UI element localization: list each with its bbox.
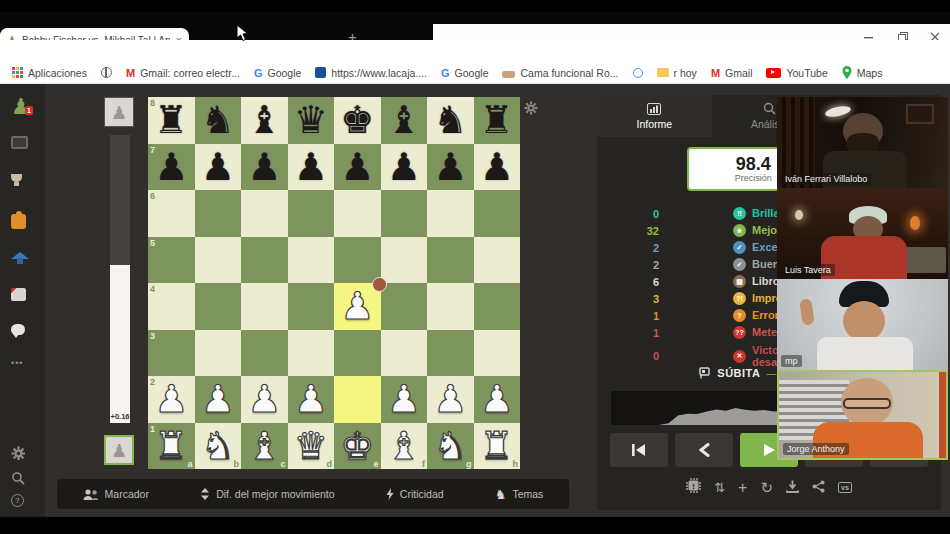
square-e5[interactable] [334,237,381,284]
rank-label: 3 [150,331,155,341]
rank-label: 2 [150,377,155,387]
piece-black-pawn[interactable]: ♟ [154,148,188,186]
square-c7[interactable]: ♟ [241,144,288,191]
square-d6[interactable] [288,190,335,237]
participant-glasses [843,398,891,409]
square-c5[interactable] [241,237,288,284]
tournaments-trophy-icon[interactable] [11,174,22,182]
square-h1[interactable]: h♜ [474,423,521,470]
thumbs-up [799,298,815,325]
piece-white-knight[interactable]: ♞ [201,427,235,465]
book-move-badge [372,277,387,292]
board-settings-gear-icon[interactable] [524,101,538,119]
toolbar-criticidad[interactable]: Criticidad [386,488,444,500]
mouse-cursor [236,24,249,42]
vs-computer-icon[interactable]: vs [838,482,852,493]
default-pawn-avatar-icon: ♟ [111,102,127,123]
share-icon[interactable] [812,479,825,497]
square-a5[interactable]: 5 [148,237,195,284]
video-tile-jorge[interactable]: Jorge Anthony [777,370,948,460]
evaluation-bar: +0.16 [110,135,130,423]
nav-first-button[interactable] [610,433,668,467]
bookmark-gmail[interactable]: MGmail [711,67,753,79]
square-d8[interactable]: ♛ [288,97,335,144]
lacaja-icon [315,67,326,78]
sudden-death-flag-icon [699,367,711,379]
gmail-icon: M [711,67,720,79]
piece-white-bishop[interactable]: ♝ [247,427,281,465]
brilliant-icon: !! [733,207,746,220]
rank-label: 5 [150,238,155,248]
square-b3[interactable] [195,330,242,377]
phase-name: SÚBITA [717,367,760,379]
square-e7[interactable]: ♟ [334,144,381,191]
piece-black-pawn[interactable]: ♟ [247,148,281,186]
participant-silhouette [843,301,885,341]
square-a2[interactable]: 2♟ [148,376,195,423]
square-f5[interactable] [381,237,428,284]
piece-white-pawn[interactable]: ♟ [480,380,514,418]
piece-white-pawn[interactable]: ♟ [387,380,421,418]
square-e6[interactable] [334,190,381,237]
bookmark-folder-rhoy[interactable]: r hoy [657,67,697,79]
apps-grid-icon [12,67,23,78]
settings-gear-icon[interactable] [11,446,26,461]
square-g8[interactable]: ♞ [427,97,474,144]
participant-silhouette [817,337,913,370]
square-h2[interactable]: ♟ [474,376,521,423]
bed-icon [502,71,515,78]
piece-black-rook[interactable]: ♜ [154,101,188,139]
piece-white-pawn[interactable]: ♟ [154,380,188,418]
puzzles-icon[interactable] [11,214,26,229]
picture-frame [906,104,934,124]
file-label: d [327,459,333,469]
square-c6[interactable] [241,190,288,237]
square-c3[interactable] [241,330,288,377]
bookmark-cama[interactable]: Cama funcional Ro... [502,67,618,79]
square-g7[interactable]: ♟ [427,144,474,191]
players-icon [83,489,99,500]
video-tile-mp[interactable]: mp [777,279,948,370]
square-d4[interactable] [288,283,335,330]
file-label: a [187,459,192,469]
bookmark-globe[interactable] [101,67,112,78]
square-f1[interactable]: f♝ [381,423,428,470]
toolbar-diff-mejor-movimiento[interactable]: Dif. del mejor movimiento [200,488,334,500]
wall-strip [939,372,946,460]
toolbar-marcador[interactable]: Marcador [83,488,149,500]
piece-black-pawn[interactable]: ♟ [480,148,514,186]
best-move-icon: ★ [733,224,746,237]
bookmark-gmail-long[interactable]: MGmail: correo electr... [126,67,240,79]
square-e4[interactable]: ♟ [334,283,381,330]
square-f7[interactable]: ♟ [381,144,428,191]
piece-black-pawn[interactable]: ♟ [387,148,421,186]
piece-white-pawn[interactable]: ♟ [294,380,328,418]
square-d5[interactable] [288,237,335,284]
browser-tab-strip: ♞ Best Traps to win fast • lichess.or × … [0,12,950,40]
bookmark-maps[interactable]: Maps [842,66,883,79]
rank-label: 8 [150,98,155,108]
add-icon[interactable]: + [738,480,747,496]
bookmark-youtube[interactable]: YouTube [766,67,827,79]
chesscom-page: ♟1 ••• ? ♟ ♟ +0.16 8♜♞♝♛♚♝♞♜7♟♟♟♟♟♟♟♟654… [0,84,950,517]
bookmarks-bar: Aplicaciones MGmail: correo electr... GG… [0,62,950,84]
piece-black-pawn[interactable]: ♟ [340,148,374,186]
bookmark-history[interactable] [633,68,643,78]
lightning-icon [386,488,394,500]
square-e1[interactable]: e♚ [334,423,381,470]
rank-label: 6 [150,191,155,201]
sort-arrows-icon [200,488,210,500]
maps-pin-icon [842,66,852,79]
rank-label: 7 [150,145,155,155]
file-label: b [234,459,240,469]
nav-previous-button[interactable] [675,433,733,467]
square-e2[interactable] [334,376,381,423]
svg-text:!: ! [692,482,695,491]
square-f3[interactable] [381,330,428,377]
book-move-icon: ▤ [733,275,746,288]
file-label: c [280,459,285,469]
inaccuracy-icon: ?! [733,292,746,305]
square-h7[interactable]: ♟ [474,144,521,191]
square-a7[interactable]: 7♟ [148,144,195,191]
square-f8[interactable]: ♝ [381,97,428,144]
chesscom-sidebar: ♟1 ••• ? [0,84,45,517]
square-c2[interactable]: ♟ [241,376,288,423]
square-a8[interactable]: 8♜ [148,97,195,144]
engine-icon[interactable]: ! [686,478,701,497]
participant-name: Luis Tavera [781,264,835,276]
square-h4[interactable] [474,283,521,330]
apps-shortcut[interactable]: Aplicaciones [12,67,87,79]
square-b8[interactable]: ♞ [195,97,242,144]
piece-black-queen[interactable]: ♛ [294,101,328,139]
blunder-icon: ?? [733,326,746,339]
black-player-avatar[interactable]: ♟ [104,97,134,127]
piece-black-pawn[interactable]: ♟ [433,148,467,186]
piece-black-bishop[interactable]: ♝ [247,101,281,139]
lamp [824,104,851,118]
video-tile-ivan[interactable]: Iván Ferrari Villalobo [777,97,948,188]
news-icon[interactable] [11,288,26,301]
toolbar-temas[interactable]: ♞Temas [495,487,544,502]
bookmark-google-1[interactable]: GGoogle [254,67,301,79]
analysis-actions: ! ⇅ + ↻ vs [597,478,941,497]
square-h8[interactable]: ♜ [474,97,521,144]
more-menu-icon[interactable]: ••• [11,358,23,368]
square-g6[interactable] [427,190,474,237]
square-c1[interactable]: c♝ [241,423,288,470]
default-pawn-avatar-icon: ♟ [111,440,127,461]
precision-value: 98.4 [736,155,771,173]
good-icon: ✓ [733,258,746,271]
piece-white-knight[interactable]: ♞ [433,427,467,465]
lamp-glow [910,216,920,230]
square-h6[interactable] [474,190,521,237]
piece-black-knight[interactable]: ♞ [201,101,235,139]
learn-gradcap-icon[interactable] [11,252,29,259]
square-c4[interactable] [241,283,288,330]
bookmark-google-2[interactable]: GGoogle [441,67,488,79]
square-d1[interactable]: d♛ [288,423,335,470]
square-b1[interactable]: b♞ [195,423,242,470]
square-e3[interactable] [334,330,381,377]
chesscom-logo-pawn[interactable]: ♟1 [11,94,31,119]
piece-white-queen[interactable]: ♛ [294,427,328,465]
square-c8[interactable]: ♝ [241,97,288,144]
reset-icon[interactable]: ↻ [760,480,773,495]
piece-white-pawn[interactable]: ♟ [201,380,235,418]
evaluation-value: +0.16 [111,412,130,423]
square-g5[interactable] [427,237,474,284]
google-icon: G [254,67,263,79]
knight-theme-icon: ♞ [495,487,507,502]
square-a4[interactable]: 4 [148,283,195,330]
google-icon: G [441,67,450,79]
piece-black-king[interactable]: ♚ [340,101,374,139]
piece-white-bishop[interactable]: ♝ [387,427,421,465]
excellent-icon: ✓ [733,241,746,254]
square-b7[interactable]: ♟ [195,144,242,191]
missed-win-icon: ✕ [733,350,746,363]
square-g4[interactable] [427,283,474,330]
file-label: h [513,459,519,469]
file-label: e [373,459,378,469]
help-icon[interactable]: ? [11,494,24,507]
square-f2[interactable]: ♟ [381,376,428,423]
square-d7[interactable]: ♟ [288,144,335,191]
square-b4[interactable] [195,283,242,330]
square-a3[interactable]: 3 [148,330,195,377]
square-f4[interactable] [381,283,428,330]
piece-white-rook[interactable]: ♜ [154,427,188,465]
piece-white-rook[interactable]: ♜ [480,427,514,465]
file-label: f [422,459,425,469]
square-g2[interactable]: ♟ [427,376,474,423]
report-icon [647,103,661,115]
square-h3[interactable] [474,330,521,377]
square-a1[interactable]: 1a♜ [148,423,195,470]
analysis-bottom-toolbar: Marcador Dif. del mejor movimiento Criti… [57,479,569,509]
square-e8[interactable]: ♚ [334,97,381,144]
participant-name: Jorge Anthony [783,443,849,455]
chess-board: 8♜♞♝♛♚♝♞♜7♟♟♟♟♟♟♟♟654♟32♟♟♟♟♟♟♟1a♜b♞c♝d♛… [148,97,520,469]
flip-board-icon[interactable]: ⇅ [714,481,725,494]
square-h5[interactable] [474,237,521,284]
participant-name: mp [781,355,802,367]
analysis-magnifier-icon [763,102,776,115]
video-tile-luis[interactable]: Luis Tavera [777,188,948,279]
rank-label: 1 [150,424,155,434]
square-f6[interactable] [381,190,428,237]
square-b5[interactable] [195,237,242,284]
piece-black-pawn[interactable]: ♟ [201,148,235,186]
square-a6[interactable]: 6 [148,190,195,237]
piece-white-pawn[interactable]: ♟ [247,380,281,418]
square-b6[interactable] [195,190,242,237]
mistake-icon: ? [733,309,746,322]
clock-icon [633,68,643,78]
piece-black-rook[interactable]: ♜ [480,101,514,139]
bookmark-lacaja[interactable]: https://www.lacaja.... [315,67,427,79]
lamp-glow [795,210,803,220]
piece-white-pawn[interactable]: ♟ [433,380,467,418]
youtube-icon [766,68,781,78]
square-b2[interactable]: ♟ [195,376,242,423]
gmail-icon: M [126,67,135,79]
piece-white-pawn[interactable]: ♟ [340,287,374,325]
download-icon[interactable] [786,479,799,497]
evaluation-bar-white: +0.16 [110,265,130,423]
square-g3[interactable] [427,330,474,377]
browser-toolbar: ← → ↻ ⌂ chess.com/analysis/game/master/9… [0,40,950,62]
video-call-overlay: Iván Ferrari Villalobo Luis Tavera mp Jo… [777,97,948,460]
piece-white-king[interactable]: ♚ [340,427,374,465]
rank-label: 4 [150,284,155,294]
square-d3[interactable] [288,330,335,377]
piece-black-bishop[interactable]: ♝ [387,101,421,139]
piece-black-knight[interactable]: ♞ [433,101,467,139]
participant-name: Iván Ferrari Villalobo [781,173,871,185]
tab-informe[interactable]: Informe [597,95,712,137]
precision-label: Precisión [735,173,772,183]
globe-icon [101,67,112,78]
social-chat-icon[interactable] [11,324,25,335]
square-g1[interactable]: g♞ [427,423,474,470]
play-icon[interactable] [11,136,28,149]
search-icon[interactable] [11,471,25,485]
piece-black-pawn[interactable]: ♟ [294,148,328,186]
square-d2[interactable]: ♟ [288,376,335,423]
white-player-avatar[interactable]: ♟ [104,435,134,465]
folder-icon [657,68,669,77]
file-label: g [466,459,472,469]
